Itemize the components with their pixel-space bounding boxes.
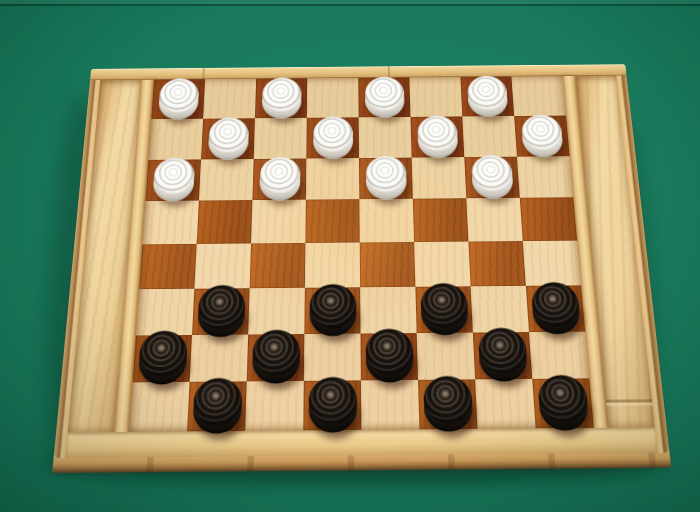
- square-r1c6[interactable]: [409, 77, 462, 117]
- square-r1c7[interactable]: [460, 77, 514, 117]
- square-r8c7[interactable]: [475, 379, 535, 429]
- square-r8c6[interactable]: [418, 380, 478, 430]
- white-checker[interactable]: [470, 155, 513, 192]
- felt-seam-line: [0, 4, 700, 6]
- square-r1c3[interactable]: [255, 78, 307, 118]
- checkers-board: [129, 76, 594, 432]
- square-r2c5[interactable]: [359, 117, 412, 158]
- square-r3c4[interactable]: [306, 158, 359, 200]
- square-r6c8[interactable]: [526, 285, 585, 331]
- white-checker[interactable]: [417, 115, 458, 151]
- square-r7c6[interactable]: [417, 332, 475, 380]
- square-r5c6[interactable]: [414, 242, 471, 287]
- square-r4c6[interactable]: [413, 198, 469, 242]
- square-r1c8[interactable]: [511, 76, 566, 116]
- square-r5c8[interactable]: [523, 241, 581, 286]
- square-r8c8[interactable]: [532, 379, 593, 429]
- square-r1c1[interactable]: [151, 79, 205, 119]
- square-r3c7[interactable]: [464, 156, 520, 198]
- square-r1c2[interactable]: [203, 79, 256, 119]
- white-checker[interactable]: [520, 114, 563, 150]
- square-r4c4[interactable]: [305, 199, 359, 243]
- white-checker[interactable]: [365, 156, 406, 193]
- square-r6c5[interactable]: [360, 287, 417, 333]
- white-checker[interactable]: [152, 158, 195, 195]
- black-checker[interactable]: [530, 282, 580, 327]
- square-r3c2[interactable]: [199, 159, 254, 201]
- square-r2c2[interactable]: [201, 118, 255, 159]
- square-r4c8[interactable]: [520, 198, 577, 242]
- square-r7c1[interactable]: [132, 335, 192, 383]
- black-checker[interactable]: [365, 329, 413, 375]
- square-r1c5[interactable]: [358, 77, 410, 117]
- square-r4c7[interactable]: [466, 198, 522, 242]
- square-r2c1[interactable]: [148, 118, 203, 159]
- square-r6c6[interactable]: [415, 286, 472, 332]
- square-r8c5[interactable]: [361, 380, 420, 430]
- black-checker[interactable]: [252, 330, 300, 376]
- black-checker[interactable]: [477, 328, 527, 374]
- square-r3c1[interactable]: [145, 159, 201, 201]
- square-r5c4[interactable]: [305, 243, 360, 288]
- white-checker[interactable]: [466, 76, 507, 111]
- square-r5c5[interactable]: [360, 242, 416, 287]
- square-r6c1[interactable]: [136, 288, 195, 335]
- white-checker[interactable]: [313, 116, 353, 152]
- square-r8c1[interactable]: [129, 382, 190, 432]
- white-checker[interactable]: [261, 77, 301, 112]
- square-r8c2[interactable]: [187, 382, 247, 432]
- black-checker[interactable]: [308, 377, 356, 425]
- table-felt: [0, 0, 700, 512]
- square-r2c4[interactable]: [306, 117, 359, 158]
- black-checker[interactable]: [537, 375, 589, 423]
- black-checker[interactable]: [192, 378, 242, 426]
- square-r3c8[interactable]: [517, 156, 573, 198]
- square-r8c3[interactable]: [245, 381, 304, 431]
- square-r4c2[interactable]: [197, 200, 253, 244]
- square-r7c2[interactable]: [190, 334, 249, 382]
- square-r6c4[interactable]: [304, 287, 360, 334]
- black-checker[interactable]: [420, 283, 468, 328]
- square-r3c6[interactable]: [412, 157, 467, 199]
- square-r2c8[interactable]: [514, 115, 569, 156]
- white-checker[interactable]: [364, 76, 404, 111]
- lid-seam: [202, 68, 204, 79]
- square-r4c3[interactable]: [251, 200, 306, 244]
- square-r6c3[interactable]: [248, 288, 305, 335]
- wooden-game-box: [52, 64, 671, 473]
- square-r3c3[interactable]: [252, 158, 306, 200]
- square-r7c8[interactable]: [529, 331, 589, 379]
- white-checker[interactable]: [259, 157, 300, 194]
- square-r5c3[interactable]: [250, 243, 306, 288]
- square-r2c3[interactable]: [254, 118, 307, 159]
- square-r2c6[interactable]: [410, 116, 464, 157]
- square-r7c4[interactable]: [304, 333, 361, 381]
- black-checker[interactable]: [138, 331, 188, 377]
- square-r5c7[interactable]: [468, 241, 525, 286]
- square-r7c3[interactable]: [247, 334, 305, 382]
- black-checker[interactable]: [197, 285, 245, 330]
- black-checker[interactable]: [423, 376, 473, 424]
- square-r5c1[interactable]: [139, 244, 197, 289]
- square-r4c5[interactable]: [359, 199, 414, 243]
- white-checker[interactable]: [158, 78, 199, 113]
- square-r6c2[interactable]: [192, 288, 250, 335]
- square-r8c4[interactable]: [303, 381, 361, 431]
- square-r2c7[interactable]: [462, 116, 517, 157]
- square-r4c1[interactable]: [142, 201, 199, 245]
- square-r5c2[interactable]: [194, 243, 251, 288]
- square-r3c5[interactable]: [359, 157, 413, 199]
- white-checker[interactable]: [208, 117, 249, 153]
- square-r7c7[interactable]: [473, 332, 532, 380]
- square-r1c4[interactable]: [307, 78, 359, 118]
- black-checker[interactable]: [309, 284, 356, 329]
- square-r7c5[interactable]: [361, 333, 419, 381]
- square-r6c7[interactable]: [471, 286, 529, 332]
